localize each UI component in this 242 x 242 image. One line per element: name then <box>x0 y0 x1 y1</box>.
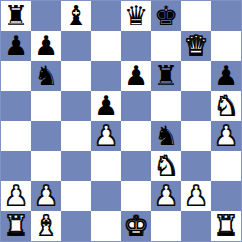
square-a7[interactable]: ♟ <box>1 31 31 61</box>
white-queen-g7: ♛ <box>184 32 208 59</box>
square-e5[interactable] <box>121 91 151 121</box>
square-a5[interactable] <box>1 91 31 121</box>
square-h3[interactable] <box>211 151 241 181</box>
white-pawn-g2: ♟ <box>184 182 208 209</box>
square-b2[interactable]: ♟ <box>31 181 61 211</box>
square-d1[interactable] <box>91 211 121 241</box>
square-e4[interactable] <box>121 121 151 151</box>
square-f2[interactable]: ♟ <box>151 181 181 211</box>
square-c2[interactable] <box>61 181 91 211</box>
square-g2[interactable]: ♟ <box>181 181 211 211</box>
square-d2[interactable] <box>91 181 121 211</box>
white-pawn-d4: ♟ <box>94 122 118 149</box>
black-pawn-d5: ♟ <box>94 92 118 119</box>
square-f7[interactable] <box>151 31 181 61</box>
square-a3[interactable] <box>1 151 31 181</box>
square-b8[interactable] <box>31 1 61 31</box>
square-f1[interactable] <box>151 211 181 241</box>
black-knight-b6: ♞ <box>34 62 58 89</box>
black-king-f8: ♚ <box>154 2 178 29</box>
black-pawn-a7: ♟ <box>4 32 28 59</box>
square-d6[interactable] <box>91 61 121 91</box>
white-knight-f3: ♞ <box>154 152 178 179</box>
square-f8[interactable]: ♚ <box>151 1 181 31</box>
square-c4[interactable] <box>61 121 91 151</box>
square-a4[interactable] <box>1 121 31 151</box>
square-c8[interactable]: ♝ <box>61 1 91 31</box>
square-h6[interactable]: ♟ <box>211 61 241 91</box>
square-c6[interactable] <box>61 61 91 91</box>
square-g7[interactable]: ♛ <box>181 31 211 61</box>
square-h4[interactable]: ♟ <box>211 121 241 151</box>
white-bishop-b1: ♝ <box>34 212 58 239</box>
square-e1[interactable]: ♚ <box>121 211 151 241</box>
black-pawn-h6: ♟ <box>214 62 238 89</box>
square-d4[interactable]: ♟ <box>91 121 121 151</box>
square-b1[interactable]: ♝ <box>31 211 61 241</box>
square-c1[interactable] <box>61 211 91 241</box>
black-pawn-e6: ♟ <box>124 62 148 89</box>
square-c5[interactable] <box>61 91 91 121</box>
black-rook-f6: ♜ <box>154 62 178 89</box>
square-d8[interactable] <box>91 1 121 31</box>
square-e6[interactable]: ♟ <box>121 61 151 91</box>
square-b5[interactable] <box>31 91 61 121</box>
square-b3[interactable] <box>31 151 61 181</box>
square-c7[interactable] <box>61 31 91 61</box>
black-pawn-b7: ♟ <box>34 32 58 59</box>
square-g6[interactable] <box>181 61 211 91</box>
square-e3[interactable] <box>121 151 151 181</box>
square-a2[interactable]: ♟ <box>1 181 31 211</box>
black-knight-f4: ♞ <box>154 122 178 149</box>
square-f5[interactable] <box>151 91 181 121</box>
white-rook-h1: ♜ <box>214 212 238 239</box>
chess-board: ♜♝♛♚♟♟♛♞♟♜♟♟♞♟♞♟♞♟♟♟♟♜♝♚♜ <box>0 0 242 242</box>
square-h5[interactable]: ♞ <box>211 91 241 121</box>
square-f3[interactable]: ♞ <box>151 151 181 181</box>
black-bishop-c8: ♝ <box>64 2 88 29</box>
white-knight-h5: ♞ <box>214 92 238 119</box>
square-h8[interactable] <box>211 1 241 31</box>
white-rook-a1: ♜ <box>4 212 28 239</box>
square-b6[interactable]: ♞ <box>31 61 61 91</box>
black-rook-a8: ♜ <box>4 2 28 29</box>
square-d7[interactable] <box>91 31 121 61</box>
square-e8[interactable]: ♛ <box>121 1 151 31</box>
square-f4[interactable]: ♞ <box>151 121 181 151</box>
square-d5[interactable]: ♟ <box>91 91 121 121</box>
square-g5[interactable] <box>181 91 211 121</box>
square-g3[interactable] <box>181 151 211 181</box>
square-e7[interactable] <box>121 31 151 61</box>
square-h7[interactable] <box>211 31 241 61</box>
square-d3[interactable] <box>91 151 121 181</box>
black-queen-e8: ♛ <box>124 2 148 29</box>
white-pawn-a2: ♟ <box>4 182 28 209</box>
square-f6[interactable]: ♜ <box>151 61 181 91</box>
white-pawn-h4: ♟ <box>214 122 238 149</box>
square-a1[interactable]: ♜ <box>1 211 31 241</box>
white-king-e1: ♚ <box>124 212 148 239</box>
square-b7[interactable]: ♟ <box>31 31 61 61</box>
white-pawn-b2: ♟ <box>34 182 58 209</box>
square-g4[interactable] <box>181 121 211 151</box>
white-pawn-f2: ♟ <box>154 182 178 209</box>
square-b4[interactable] <box>31 121 61 151</box>
square-h1[interactable]: ♜ <box>211 211 241 241</box>
square-a6[interactable] <box>1 61 31 91</box>
square-a8[interactable]: ♜ <box>1 1 31 31</box>
square-g8[interactable] <box>181 1 211 31</box>
square-e2[interactable] <box>121 181 151 211</box>
square-h2[interactable] <box>211 181 241 211</box>
square-c3[interactable] <box>61 151 91 181</box>
square-g1[interactable] <box>181 211 211 241</box>
